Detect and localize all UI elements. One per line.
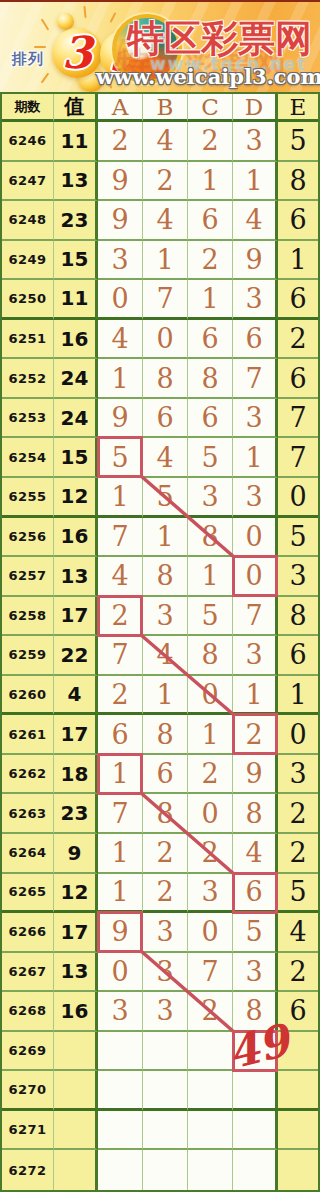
draw-digit-cell: 0 — [233, 518, 278, 558]
draw-digit-cell — [98, 1071, 143, 1111]
draw-digit-cell — [233, 1150, 278, 1190]
draw-digit-cell: 9 — [98, 162, 143, 202]
draw-digit-cell — [143, 1150, 188, 1190]
draw-digit-cell: 7 — [98, 636, 143, 676]
trend-grid: 期数值ABCDE62461124235624713921186248239464… — [2, 94, 318, 1190]
draw-digit-cell — [143, 1032, 188, 1072]
e-digit-cell: 7 — [278, 438, 318, 478]
draw-digit-cell: 1 — [143, 241, 188, 281]
draw-digit-cell: 2 — [98, 122, 143, 162]
gold-ball-3: 3 — [52, 28, 102, 78]
sum-value-cell: 16 — [54, 320, 98, 360]
sum-value-cell — [54, 1032, 98, 1072]
draw-digit-cell: 6 — [233, 874, 278, 914]
period-cell: 6264 — [2, 834, 54, 874]
column-header: D — [233, 94, 278, 122]
draw-digit-cell: 0 — [143, 320, 188, 360]
period-cell: 6263 — [2, 794, 54, 834]
draw-digit-cell: 1 — [188, 280, 233, 320]
period-cell: 6262 — [2, 755, 54, 795]
draw-digit-cell: 3 — [233, 478, 278, 518]
period-cell: 6257 — [2, 557, 54, 597]
draw-digit-cell: 0 — [188, 794, 233, 834]
draw-digit-cell: 1 — [188, 162, 233, 202]
e-digit-cell — [278, 1150, 318, 1190]
draw-digit-cell: 0 — [98, 280, 143, 320]
draw-digit-cell: 7 — [233, 597, 278, 637]
period-cell: 6249 — [2, 241, 54, 281]
e-digit-cell: 4 — [278, 913, 318, 953]
draw-digit-cell — [98, 1150, 143, 1190]
draw-digit-cell — [143, 1071, 188, 1111]
draw-digit-cell: 0 — [233, 557, 278, 597]
draw-digit-cell: 6 — [233, 320, 278, 360]
period-cell: 6261 — [2, 715, 54, 755]
e-digit-cell: 6 — [278, 359, 318, 399]
draw-digit-cell: 8 — [143, 794, 188, 834]
draw-digit-cell: 6 — [188, 201, 233, 241]
banner: 排列 3 5 特区彩票网 特区彩票网 www.tqcp.net www.weic… — [0, 0, 320, 92]
column-header: A — [98, 94, 143, 122]
draw-digit-cell: 8 — [188, 518, 233, 558]
column-header: E — [278, 94, 318, 122]
draw-digit-cell: 3 — [143, 913, 188, 953]
draw-digit-cell: 5 — [188, 438, 233, 478]
column-header: 期数 — [2, 94, 54, 122]
draw-digit-cell: 1 — [143, 518, 188, 558]
period-cell: 6251 — [2, 320, 54, 360]
period-cell: 6271 — [2, 1111, 54, 1151]
e-digit-cell: 7 — [278, 399, 318, 439]
draw-digit-cell: 8 — [143, 359, 188, 399]
draw-digit-cell: 7 — [188, 953, 233, 993]
draw-digit-cell: 8 — [143, 715, 188, 755]
draw-digit-cell: 1 — [233, 438, 278, 478]
draw-digit-cell: 5 — [98, 438, 143, 478]
sum-value-cell: 17 — [54, 715, 98, 755]
period-cell: 6252 — [2, 359, 54, 399]
draw-digit-cell: 3 — [143, 992, 188, 1032]
draw-digit-cell: 0 — [98, 953, 143, 993]
draw-digit-cell: 1 — [188, 715, 233, 755]
sum-value-cell: 11 — [54, 122, 98, 162]
period-cell: 6268 — [2, 992, 54, 1032]
sun-ray — [41, 73, 50, 84]
draw-digit-cell: 8 — [188, 359, 233, 399]
draw-digit-cell: 2 — [188, 834, 233, 874]
draw-digit-cell — [188, 1071, 233, 1111]
draw-digit-cell: 4 — [98, 557, 143, 597]
draw-digit-cell: 0 — [188, 676, 233, 716]
draw-digit-cell: 1 — [98, 755, 143, 795]
period-cell: 6259 — [2, 636, 54, 676]
period-cell: 6255 — [2, 478, 54, 518]
e-digit-cell: 8 — [278, 162, 318, 202]
sum-value-cell: 4 — [54, 676, 98, 716]
period-cell: 6269 — [2, 1032, 54, 1072]
sum-value-cell: 12 — [54, 874, 98, 914]
draw-digit-cell — [98, 1032, 143, 1072]
lottery-trend-chart: 排列 3 5 特区彩票网 特区彩票网 www.tqcp.net www.weic… — [0, 0, 320, 1192]
period-cell: 6260 — [2, 676, 54, 716]
draw-digit-cell: 2 — [98, 676, 143, 716]
draw-digit-cell: 5 — [188, 597, 233, 637]
draw-digit-cell: 8 — [233, 992, 278, 1032]
draw-digit-cell: 1 — [188, 557, 233, 597]
sun-ray — [34, 46, 46, 48]
draw-digit-cell: 1 — [98, 834, 143, 874]
sum-value-cell — [54, 1150, 98, 1190]
sum-value-cell: 12 — [54, 478, 98, 518]
period-cell: 6253 — [2, 399, 54, 439]
draw-digit-cell: 3 — [143, 597, 188, 637]
draw-digit-cell: 3 — [233, 636, 278, 676]
e-digit-cell: 6 — [278, 280, 318, 320]
draw-digit-cell: 2 — [98, 597, 143, 637]
period-cell: 6270 — [2, 1071, 54, 1111]
column-header: B — [143, 94, 188, 122]
draw-digit-cell: 9 — [233, 755, 278, 795]
e-digit-cell: 6 — [278, 201, 318, 241]
e-digit-cell: 5 — [278, 874, 318, 914]
draw-digit-cell: 7 — [233, 359, 278, 399]
period-cell: 6254 — [2, 438, 54, 478]
draw-digit-cell: 7 — [98, 518, 143, 558]
sum-value-cell: 16 — [54, 518, 98, 558]
sum-value-cell: 13 — [54, 162, 98, 202]
draw-digit-cell: 1 — [143, 676, 188, 716]
draw-digit-cell: 8 — [188, 636, 233, 676]
draw-digit-cell: 3 — [233, 953, 278, 993]
sum-value-cell: 23 — [54, 201, 98, 241]
period-cell: 6250 — [2, 280, 54, 320]
sum-value-cell: 17 — [54, 913, 98, 953]
period-cell: 6248 — [2, 201, 54, 241]
draw-digit-cell: 1 — [233, 676, 278, 716]
sum-value-cell: 15 — [54, 241, 98, 281]
sum-value-cell: 11 — [54, 280, 98, 320]
draw-digit-cell: 3 — [188, 874, 233, 914]
draw-digit-cell: 3 — [98, 992, 143, 1032]
draw-digit-cell: 5 — [143, 478, 188, 518]
draw-digit-cell: 1 — [233, 162, 278, 202]
draw-digit-cell: 3 — [98, 241, 143, 281]
e-digit-cell: 1 — [278, 676, 318, 716]
sum-value-cell: 24 — [54, 359, 98, 399]
sun-ray — [110, 12, 117, 23]
trend-table: 期数值ABCDE62461124235624713921186248239464… — [0, 92, 320, 1192]
e-digit-cell: 3 — [278, 557, 318, 597]
column-header: C — [188, 94, 233, 122]
sum-value-cell: 17 — [54, 597, 98, 637]
draw-digit-cell: 4 — [98, 320, 143, 360]
e-digit-cell: 6 — [278, 992, 318, 1032]
e-digit-cell: 1 — [278, 241, 318, 281]
e-digit-cell: 3 — [278, 755, 318, 795]
e-digit-cell — [278, 1032, 318, 1072]
e-digit-cell: 8 — [278, 597, 318, 637]
draw-digit-cell — [233, 1111, 278, 1151]
e-digit-cell — [278, 1071, 318, 1111]
sun-ray — [83, 6, 86, 18]
sun-ray — [41, 18, 50, 30]
draw-digit-cell: 6 — [98, 715, 143, 755]
draw-digit-cell — [143, 1111, 188, 1151]
period-cell: 6265 — [2, 874, 54, 914]
e-digit-cell: 2 — [278, 320, 318, 360]
draw-digit-cell: 3 — [233, 399, 278, 439]
sum-value-cell: 18 — [54, 755, 98, 795]
draw-digit-cell: 1 — [98, 478, 143, 518]
draw-digit-cell — [233, 1032, 278, 1072]
sum-value-cell: 23 — [54, 794, 98, 834]
draw-digit-cell: 8 — [143, 557, 188, 597]
draw-digit-cell: 2 — [143, 162, 188, 202]
e-digit-cell: 0 — [278, 478, 318, 518]
draw-digit-cell: 2 — [188, 755, 233, 795]
e-digit-cell: 2 — [278, 834, 318, 874]
e-digit-cell — [278, 1111, 318, 1151]
sum-value-cell: 24 — [54, 399, 98, 439]
draw-digit-cell — [188, 1032, 233, 1072]
draw-digit-cell: 6 — [143, 755, 188, 795]
e-digit-cell: 5 — [278, 122, 318, 162]
sum-value-cell: 13 — [54, 557, 98, 597]
e-digit-cell: 2 — [278, 794, 318, 834]
draw-digit-cell: 2 — [143, 874, 188, 914]
draw-digit-cell: 3 — [233, 122, 278, 162]
period-cell: 6272 — [2, 1150, 54, 1190]
brand-name: 排列 — [12, 50, 44, 69]
draw-digit-cell: 4 — [143, 438, 188, 478]
draw-digit-cell: 5 — [233, 913, 278, 953]
draw-digit-cell: 6 — [143, 399, 188, 439]
draw-digit-cell: 0 — [188, 913, 233, 953]
period-cell: 6267 — [2, 953, 54, 993]
draw-digit-cell: 9 — [233, 241, 278, 281]
e-digit-cell: 6 — [278, 636, 318, 676]
draw-digit-cell: 2 — [143, 834, 188, 874]
column-header: 值 — [54, 94, 98, 122]
draw-digit-cell: 2 — [188, 992, 233, 1032]
e-digit-cell: 5 — [278, 518, 318, 558]
sum-value-cell — [54, 1071, 98, 1111]
draw-digit-cell: 2 — [233, 715, 278, 755]
draw-digit-cell: 6 — [188, 399, 233, 439]
draw-digit-cell: 1 — [98, 359, 143, 399]
site-url: www.weicaipl3.com — [96, 64, 318, 89]
period-cell: 6266 — [2, 913, 54, 953]
e-digit-cell: 2 — [278, 953, 318, 993]
period-cell: 6246 — [2, 122, 54, 162]
draw-digit-cell: 3 — [233, 280, 278, 320]
draw-digit-cell: 9 — [98, 399, 143, 439]
period-cell: 6256 — [2, 518, 54, 558]
draw-digit-cell: 6 — [188, 320, 233, 360]
period-cell: 6258 — [2, 597, 54, 637]
draw-digit-cell: 9 — [98, 201, 143, 241]
draw-digit-cell: 7 — [143, 280, 188, 320]
draw-digit-cell: 4 — [143, 201, 188, 241]
draw-digit-cell: 8 — [233, 794, 278, 834]
draw-digit-cell — [188, 1111, 233, 1151]
sum-value-cell: 15 — [54, 438, 98, 478]
period-cell: 6247 — [2, 162, 54, 202]
draw-digit-cell — [188, 1150, 233, 1190]
draw-digit-cell: 3 — [188, 478, 233, 518]
draw-digit-cell: 2 — [188, 122, 233, 162]
draw-digit-cell: 4 — [233, 834, 278, 874]
e-digit-cell: 0 — [278, 715, 318, 755]
draw-digit-cell: 3 — [143, 953, 188, 993]
draw-digit-cell — [233, 1071, 278, 1111]
draw-digit-cell — [98, 1111, 143, 1151]
draw-digit-cell: 4 — [143, 122, 188, 162]
sum-value-cell — [54, 1111, 98, 1151]
draw-digit-cell: 9 — [98, 913, 143, 953]
draw-digit-cell: 1 — [98, 874, 143, 914]
sum-value-cell: 16 — [54, 992, 98, 1032]
watermark-title: 特区彩票网 — [127, 19, 312, 59]
sum-value-cell: 9 — [54, 834, 98, 874]
brand-digit-3: 3 — [52, 28, 102, 78]
draw-digit-cell: 7 — [98, 794, 143, 834]
draw-digit-cell: 4 — [233, 201, 278, 241]
draw-digit-cell: 4 — [143, 636, 188, 676]
sum-value-cell: 22 — [54, 636, 98, 676]
sum-value-cell: 13 — [54, 953, 98, 993]
draw-digit-cell: 2 — [188, 241, 233, 281]
